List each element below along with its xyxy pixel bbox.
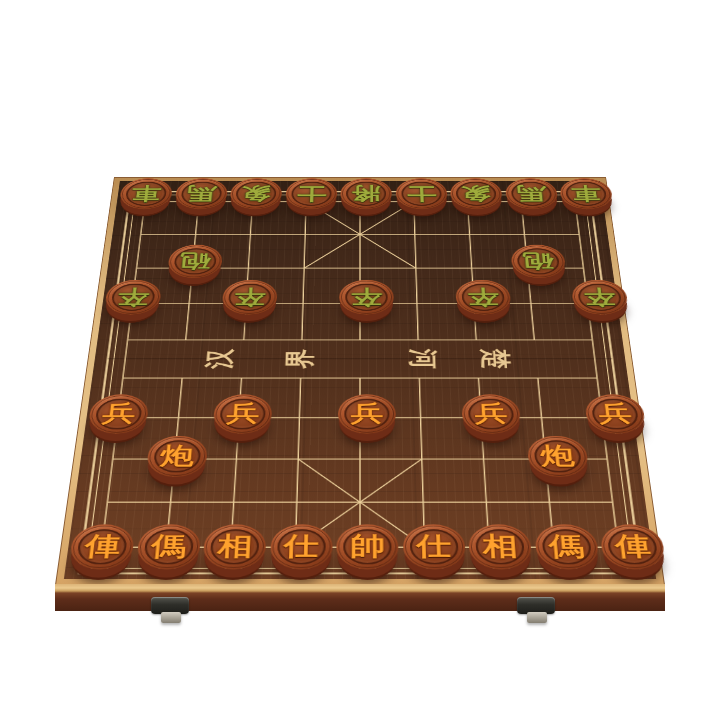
piece-character: 將 — [340, 178, 392, 209]
piece-character: 兵 — [338, 394, 396, 434]
piece-character: 卒 — [571, 280, 630, 315]
piece-character: 士 — [395, 178, 447, 209]
piece-red-soldier[interactable]: 兵 — [338, 394, 396, 434]
piece-red-elephant[interactable]: 相 — [202, 524, 267, 569]
piece-red-chariot[interactable]: 俥 — [599, 524, 667, 569]
piece-black-soldier[interactable]: 卒 — [222, 280, 279, 315]
piece-character: 相 — [202, 524, 267, 569]
piece-red-cannon[interactable]: 炮 — [145, 436, 208, 477]
piece-black-general[interactable]: 將 — [340, 178, 392, 209]
piece-character: 象 — [230, 178, 283, 209]
piece-black-elephant[interactable]: 象 — [230, 178, 283, 209]
piece-red-horse[interactable]: 傌 — [534, 524, 600, 569]
board-3d-plane: 汉 界 河 楚 車馬象士將士象馬車砲砲卒卒卒卒卒兵兵兵兵兵炮炮俥傌相仕帥仕相傌俥 — [55, 177, 665, 585]
piece-character: 帥 — [336, 524, 399, 569]
piece-black-cannon[interactable]: 砲 — [510, 244, 567, 278]
piece-character: 兵 — [213, 394, 273, 434]
piece-character: 士 — [285, 178, 337, 209]
latch-tab-icon — [161, 612, 181, 623]
piece-black-chariot[interactable]: 車 — [119, 178, 174, 209]
piece-character: 車 — [559, 178, 614, 209]
piece-black-soldier[interactable]: 卒 — [339, 280, 394, 315]
piece-character: 仕 — [269, 524, 332, 569]
piece-character: 馬 — [174, 178, 228, 209]
piece-black-advisor[interactable]: 士 — [285, 178, 337, 209]
metal-latch-right — [517, 597, 557, 633]
piece-character: 俥 — [68, 524, 135, 569]
piece-character: 車 — [119, 178, 174, 209]
piece-character: 兵 — [584, 394, 647, 434]
piece-red-cannon[interactable]: 炮 — [526, 436, 589, 477]
piece-character: 卒 — [455, 280, 512, 315]
piece-character: 卒 — [222, 280, 279, 315]
piece-character: 砲 — [510, 244, 567, 278]
piece-red-soldier[interactable]: 兵 — [87, 394, 150, 434]
piece-black-soldier[interactable]: 卒 — [571, 280, 630, 315]
folding-box-front — [55, 584, 665, 611]
piece-red-soldier[interactable]: 兵 — [461, 394, 522, 434]
piece-character: 傌 — [135, 524, 201, 569]
piece-black-elephant[interactable]: 象 — [450, 178, 503, 209]
piece-red-elephant[interactable]: 相 — [468, 524, 533, 569]
piece-red-soldier[interactable]: 兵 — [213, 394, 273, 434]
piece-character: 仕 — [402, 524, 465, 569]
piece-red-horse[interactable]: 傌 — [135, 524, 201, 569]
piece-black-advisor[interactable]: 士 — [395, 178, 447, 209]
board-surface[interactable]: 汉 界 河 楚 車馬象士將士象馬車砲砲卒卒卒卒卒兵兵兵兵兵炮炮俥傌相仕帥仕相傌俥 — [64, 181, 656, 579]
piece-black-cannon[interactable]: 砲 — [167, 244, 223, 278]
metal-latch-left — [151, 597, 191, 633]
piece-black-chariot[interactable]: 車 — [559, 178, 614, 209]
piece-red-general[interactable]: 帥 — [336, 524, 399, 569]
pieces-layer: 車馬象士將士象馬車砲砲卒卒卒卒卒兵兵兵兵兵炮炮俥傌相仕帥仕相傌俥 — [65, 182, 670, 577]
piece-character: 卒 — [104, 280, 163, 315]
piece-black-horse[interactable]: 馬 — [174, 178, 228, 209]
piece-character: 象 — [450, 178, 503, 209]
piece-black-soldier[interactable]: 卒 — [104, 280, 163, 315]
piece-red-advisor[interactable]: 仕 — [269, 524, 332, 569]
piece-red-soldier[interactable]: 兵 — [584, 394, 647, 434]
piece-character: 兵 — [461, 394, 522, 434]
piece-red-advisor[interactable]: 仕 — [402, 524, 465, 569]
piece-character: 傌 — [534, 524, 600, 569]
piece-character: 炮 — [526, 436, 589, 477]
piece-black-soldier[interactable]: 卒 — [455, 280, 512, 315]
piece-character: 炮 — [145, 436, 208, 477]
piece-character: 相 — [468, 524, 533, 569]
piece-character: 卒 — [339, 280, 394, 315]
piece-character: 砲 — [167, 244, 223, 278]
product-photo-scene: 汉 界 河 楚 車馬象士將士象馬車砲砲卒卒卒卒卒兵兵兵兵兵炮炮俥傌相仕帥仕相傌俥 — [0, 0, 720, 720]
piece-character: 俥 — [599, 524, 667, 569]
piece-character: 馬 — [504, 178, 558, 209]
piece-character: 兵 — [87, 394, 150, 434]
piece-red-chariot[interactable]: 俥 — [68, 524, 135, 569]
piece-black-horse[interactable]: 馬 — [504, 178, 558, 209]
latch-tab-icon — [527, 612, 547, 623]
